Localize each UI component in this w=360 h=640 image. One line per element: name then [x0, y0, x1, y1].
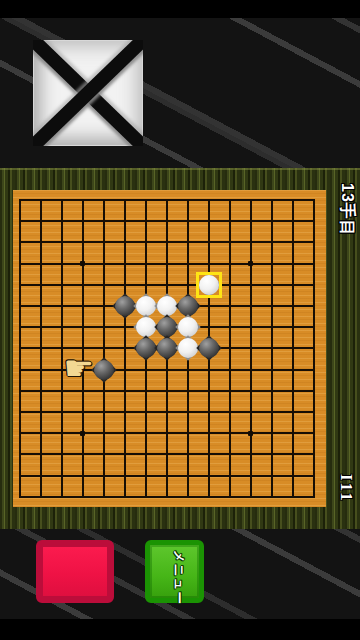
grid-line-horizontal: [19, 475, 315, 477]
hand-cursor-icon: ☛: [64, 351, 94, 385]
grid-line-horizontal: [19, 453, 315, 455]
grid-line-horizontal: [19, 496, 315, 498]
star-point: [248, 431, 253, 436]
red-button[interactable]: [36, 540, 114, 603]
black-stone: [157, 338, 177, 358]
black-stone: [94, 360, 114, 380]
grid-line-vertical: [292, 199, 294, 498]
goban[interactable]: ☛: [13, 190, 326, 507]
move-number-label: 13手目: [336, 183, 357, 237]
star-point: [80, 261, 85, 266]
white-stone: [178, 338, 198, 358]
menu-button-label: メニュー: [170, 550, 187, 605]
black-stone: [199, 338, 219, 358]
grid-line-vertical: [313, 199, 315, 498]
last-move-marker: [196, 272, 222, 298]
star-point: [80, 431, 85, 436]
x-logo: [33, 40, 143, 146]
star-point: [248, 261, 253, 266]
black-stone: [136, 338, 156, 358]
app-screen: ☛ 13手目 I11 メニュー: [0, 0, 360, 640]
last-move-coordinate-label: I11: [336, 474, 356, 503]
menu-button[interactable]: メニュー: [145, 540, 204, 603]
black-stone: [115, 296, 135, 316]
